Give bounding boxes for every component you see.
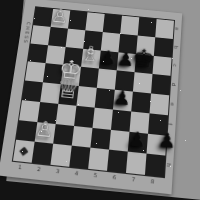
rank-label: 7 <box>132 177 136 183</box>
rank-label: 6 <box>113 175 117 181</box>
board-square[interactable] <box>120 16 139 36</box>
board-square[interactable] <box>85 12 104 32</box>
file-label: a <box>174 27 179 30</box>
file-label: f <box>168 123 173 125</box>
board-square[interactable] <box>155 19 174 39</box>
board-square[interactable] <box>151 74 170 95</box>
film-grain <box>0 0 1 1</box>
board-square[interactable] <box>53 124 74 146</box>
file-label: b <box>173 45 178 48</box>
board-square[interactable] <box>56 104 77 126</box>
board-square[interactable] <box>150 93 170 115</box>
rank-label: 5 <box>94 173 98 179</box>
board-square[interactable] <box>107 150 128 173</box>
chess-piece-black-pawn[interactable]: ♟ <box>99 48 118 68</box>
board-square[interactable] <box>68 11 87 31</box>
board-square[interactable] <box>131 92 151 114</box>
board-square[interactable] <box>154 37 173 57</box>
rank-label: 4 <box>75 171 79 177</box>
chess-piece-black-pawn[interactable]: ♟ <box>127 129 146 151</box>
chess-piece-white-pawn[interactable]: ♙ <box>34 118 55 140</box>
chess-piece-black-pawn[interactable]: ♟ <box>113 87 132 108</box>
rank-label: 2 <box>37 167 41 173</box>
board-square[interactable] <box>90 127 111 149</box>
board-square[interactable] <box>72 125 93 147</box>
chess-piece-white-pawn[interactable]: ♙ <box>50 6 70 26</box>
board-square[interactable] <box>74 106 95 128</box>
rank-label: 1 <box>18 165 22 171</box>
board-square[interactable] <box>133 72 153 93</box>
file-label: e <box>170 102 175 106</box>
file-label: d <box>171 83 176 87</box>
rank-label: 3 <box>56 169 60 175</box>
board-square[interactable] <box>93 107 113 129</box>
chess-piece-black-pawn[interactable]: ♟ <box>158 130 177 152</box>
board-square[interactable] <box>103 14 122 34</box>
board-square[interactable] <box>138 17 157 37</box>
rank-label: 8 <box>151 179 155 185</box>
chess-board: CHESS ◆ 12345678 abcdefgh ♙♗♟♟♚♔♕♟♙♟♟ <box>0 0 182 194</box>
board-square[interactable] <box>50 144 71 167</box>
board-square[interactable] <box>69 146 90 169</box>
file-label: c <box>172 64 177 67</box>
chess-piece-black-king[interactable]: ♚ <box>132 46 156 72</box>
board-square[interactable] <box>88 148 109 171</box>
board-square[interactable] <box>126 152 147 175</box>
board-grid: ◆ <box>12 6 175 178</box>
chess-piece-white-queen[interactable]: ♕ <box>55 74 82 103</box>
file-label: h <box>166 163 171 167</box>
chessboard-photo: CHESS ◆ 12345678 abcdefgh ♙♗♟♟♚♔♕♟♙♟♟ <box>0 0 200 200</box>
board-square[interactable] <box>145 154 165 177</box>
board-square[interactable] <box>152 55 171 76</box>
